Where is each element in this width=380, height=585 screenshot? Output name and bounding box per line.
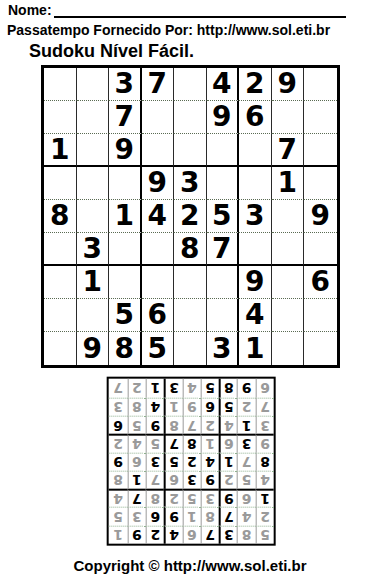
solution-cell-r4c1: 4 (255, 470, 273, 488)
solution-cell-r9c7: 1 (146, 379, 164, 397)
sudoku-solution-grid-rotated: 5837642912478196351693528744529367188714… (107, 377, 276, 546)
solution-cell-r2c4: 8 (200, 507, 218, 525)
puzzle-cell-r6c1-empty[interactable] (44, 233, 77, 266)
puzzle-cell-r8c3-given: 5 (109, 299, 142, 332)
page-title: Sudoku Nível Fácil. (29, 41, 194, 62)
solution-cell-r1c9: 1 (109, 525, 127, 543)
puzzle-cell-r3c1-given: 1 (44, 134, 77, 167)
puzzle-cell-r7c8-empty[interactable] (272, 266, 305, 299)
puzzle-cell-r3c3-given: 9 (109, 134, 142, 167)
puzzle-cell-r2c4-empty[interactable] (142, 101, 175, 134)
puzzle-cell-r9c5-empty[interactable] (174, 332, 207, 365)
solution-cell-r5c2: 7 (237, 452, 255, 470)
sudoku-worksheet-page: Nome: Passatempo Fornecido Por: http://w… (0, 0, 380, 585)
solution-cell-r3c5: 5 (182, 489, 200, 507)
solution-cell-r8c9: 3 (109, 397, 127, 415)
solution-cell-r1c6: 4 (164, 525, 182, 543)
puzzle-cell-r4c2-empty[interactable] (77, 167, 110, 200)
puzzle-cell-r1c6-given: 4 (207, 68, 240, 101)
solution-cell-r8c6: 1 (164, 397, 182, 415)
puzzle-cell-r1c8-given: 9 (272, 68, 305, 101)
solution-cell-r9c3: 8 (219, 379, 237, 397)
puzzle-cell-r1c3-given: 3 (109, 68, 142, 101)
solution-cell-r6c9: 2 (109, 434, 127, 452)
puzzle-cell-r4c5-given: 3 (174, 167, 207, 200)
solution-cell-r6c5: 8 (182, 434, 200, 452)
solution-cell-r2c3: 7 (219, 507, 237, 525)
solution-cell-r3c2: 6 (237, 489, 255, 507)
solution-cell-r6c2: 3 (237, 434, 255, 452)
puzzle-cell-r2c7-given: 6 (239, 101, 272, 134)
puzzle-cell-r9c6-given: 3 (207, 332, 240, 365)
puzzle-cell-r7c6-empty[interactable] (207, 266, 240, 299)
puzzle-cell-r9c9-empty[interactable] (304, 332, 337, 365)
puzzle-cell-r9c2-given: 9 (77, 332, 110, 365)
solution-cell-r5c1: 8 (255, 452, 273, 470)
puzzle-cell-r6c6-given: 7 (207, 233, 240, 266)
puzzle-cell-r4c9-empty[interactable] (304, 167, 337, 200)
solution-cell-r5c8: 6 (127, 452, 145, 470)
puzzle-cell-r5c1-given: 8 (44, 200, 77, 233)
puzzle-cell-r7c9-given: 6 (304, 266, 337, 299)
solution-cell-r7c4: 2 (200, 416, 218, 434)
puzzle-cell-r5c7-given: 3 (239, 200, 272, 233)
puzzle-cell-r3c7-empty[interactable] (239, 134, 272, 167)
puzzle-cell-r8c6-empty[interactable] (207, 299, 240, 332)
puzzle-cell-r9c8-empty[interactable] (272, 332, 305, 365)
solution-cell-r1c4: 7 (200, 525, 218, 543)
solution-cell-r8c1: 7 (255, 397, 273, 415)
solution-cell-r1c2: 8 (237, 525, 255, 543)
puzzle-cell-r8c8-empty[interactable] (272, 299, 305, 332)
solution-cell-r6c8: 4 (127, 434, 145, 452)
solution-cell-r4c2: 5 (237, 470, 255, 488)
solution-cell-r3c6: 2 (164, 489, 182, 507)
puzzle-cell-r9c4-given: 5 (142, 332, 175, 365)
solution-cell-r7c3: 4 (219, 416, 237, 434)
solution-cell-r5c7: 3 (146, 452, 164, 470)
puzzle-cell-r6c9-empty[interactable] (304, 233, 337, 266)
solution-cell-r7c5: 7 (182, 416, 200, 434)
solution-cell-r6c1: 9 (255, 434, 273, 452)
puzzle-cell-r8c4-given: 6 (142, 299, 175, 332)
puzzle-cell-r5c6-given: 5 (207, 200, 240, 233)
puzzle-cell-r1c7-given: 2 (239, 68, 272, 101)
solution-cell-r4c9: 8 (109, 470, 127, 488)
name-label: Nome: (8, 3, 52, 18)
solution-cell-r8c7: 4 (146, 397, 164, 415)
puzzle-cell-r3c2-empty[interactable] (77, 134, 110, 167)
puzzle-cell-r7c4-empty[interactable] (142, 266, 175, 299)
solution-cell-r4c8: 1 (127, 470, 145, 488)
solution-cell-r9c1: 6 (255, 379, 273, 397)
solution-cell-r2c8: 3 (127, 507, 145, 525)
name-row: Nome: (8, 3, 346, 18)
solution-cell-r7c2: 1 (237, 416, 255, 434)
solution-cell-r8c2: 2 (237, 397, 255, 415)
solution-cell-r4c5: 3 (182, 470, 200, 488)
solution-cell-r1c1: 5 (255, 525, 273, 543)
puzzle-cell-r8c1-empty[interactable] (44, 299, 77, 332)
puzzle-cell-r8c2-empty[interactable] (77, 299, 110, 332)
solution-cell-r5c3: 1 (219, 452, 237, 470)
puzzle-cell-r6c4-empty[interactable] (142, 233, 175, 266)
puzzle-cell-r3c6-empty[interactable] (207, 134, 240, 167)
solution-cell-r7c7: 9 (146, 416, 164, 434)
puzzle-cell-r5c9-given: 9 (304, 200, 337, 233)
solution-cell-r1c8: 9 (127, 525, 145, 543)
puzzle-cell-r9c1-empty[interactable] (44, 332, 77, 365)
puzzle-cell-r3c8-given: 7 (272, 134, 305, 167)
solution-cell-r3c7: 8 (146, 489, 164, 507)
solution-cell-r9c4: 5 (200, 379, 218, 397)
solution-cell-r3c3: 9 (219, 489, 237, 507)
puzzle-cell-r1c9-empty[interactable] (304, 68, 337, 101)
solution-cell-r7c9: 6 (109, 416, 127, 434)
puzzle-cell-r7c5-empty[interactable] (174, 266, 207, 299)
puzzle-cell-r9c7-given: 1 (239, 332, 272, 365)
puzzle-cell-r5c8-empty[interactable] (272, 200, 305, 233)
puzzle-cell-r8c7-given: 4 (239, 299, 272, 332)
puzzle-cell-r7c3-empty[interactable] (109, 266, 142, 299)
solution-cell-r7c1: 3 (255, 416, 273, 434)
solution-cell-r8c8: 8 (127, 397, 145, 415)
solution-cell-r6c7: 5 (146, 434, 164, 452)
puzzle-cell-r8c9-empty[interactable] (304, 299, 337, 332)
puzzle-cell-r6c3-empty[interactable] (109, 233, 142, 266)
solution-cell-r6c4: 1 (200, 434, 218, 452)
solution-cell-r4c6: 6 (164, 470, 182, 488)
solution-cell-r1c5: 6 (182, 525, 200, 543)
puzzle-cell-r1c1-empty[interactable] (44, 68, 77, 101)
solution-cell-r2c5: 1 (182, 507, 200, 525)
puzzle-cell-r3c5-empty[interactable] (174, 134, 207, 167)
solution-cell-r7c6: 8 (164, 416, 182, 434)
name-fill-line (54, 3, 346, 18)
puzzle-cell-r3c9-empty[interactable] (304, 134, 337, 167)
puzzle-cell-r2c3-given: 7 (109, 101, 142, 134)
puzzle-cell-r7c7-given: 9 (239, 266, 272, 299)
solution-cell-r8c5: 9 (182, 397, 200, 415)
solution-cell-r2c7: 6 (146, 507, 164, 525)
puzzle-cell-r6c8-empty[interactable] (272, 233, 305, 266)
solution-cell-r9c8: 2 (127, 379, 145, 397)
solution-cell-r7c8: 5 (127, 416, 145, 434)
puzzle-cell-r1c5-empty[interactable] (174, 68, 207, 101)
solution-cell-r3c4: 3 (200, 489, 218, 507)
solution-cell-r6c6: 7 (164, 434, 182, 452)
solution-cell-r5c9: 9 (109, 452, 127, 470)
solution-cell-r2c2: 4 (237, 507, 255, 525)
puzzle-cell-r2c9-empty[interactable] (304, 101, 337, 134)
puzzle-cell-r7c2-given: 1 (77, 266, 110, 299)
puzzle-cell-r3c4-empty[interactable] (142, 134, 175, 167)
puzzle-cell-r2c8-empty[interactable] (272, 101, 305, 134)
solution-cell-r6c3: 6 (219, 434, 237, 452)
puzzle-cell-r2c6-given: 9 (207, 101, 240, 134)
solution-cell-r3c9: 4 (109, 489, 127, 507)
puzzle-cell-r4c4-given: 9 (142, 167, 175, 200)
provider-line: Passatempo Fornecido Por: http://www.sol… (7, 22, 330, 38)
solution-cell-r4c7: 7 (146, 470, 164, 488)
puzzle-cell-r6c2-given: 3 (77, 233, 110, 266)
solution-cell-r9c6: 3 (164, 379, 182, 397)
puzzle-cell-r9c3-given: 8 (109, 332, 142, 365)
puzzle-cell-r1c2-empty[interactable] (77, 68, 110, 101)
solution-cell-r9c9: 7 (109, 379, 127, 397)
solution-cell-r5c6: 5 (164, 452, 182, 470)
puzzle-cell-r5c5-given: 2 (174, 200, 207, 233)
solution-cell-r8c4: 6 (200, 397, 218, 415)
solution-cell-r3c8: 7 (127, 489, 145, 507)
puzzle-cell-r6c7-empty[interactable] (239, 233, 272, 266)
puzzle-cell-r5c4-given: 4 (142, 200, 175, 233)
puzzle-cell-r4c6-empty[interactable] (207, 167, 240, 200)
puzzle-cell-r6c5-given: 8 (174, 233, 207, 266)
puzzle-cell-r4c3-empty[interactable] (109, 167, 142, 200)
solution-cell-r2c1: 2 (255, 507, 273, 525)
solution-cell-r2c9: 5 (109, 507, 127, 525)
puzzle-cell-r2c5-empty[interactable] (174, 101, 207, 134)
puzzle-cell-r4c7-empty[interactable] (239, 167, 272, 200)
solution-cell-r9c2: 9 (237, 379, 255, 397)
copyright-line: Copyright © http://www.sol.eti.br (0, 557, 380, 574)
solution-cell-r2c6: 9 (164, 507, 182, 525)
solution-cell-r8c3: 5 (219, 397, 237, 415)
puzzle-cell-r1c4-given: 7 (142, 68, 175, 101)
puzzle-cell-r5c3-given: 1 (109, 200, 142, 233)
puzzle-cell-r5c2-empty[interactable] (77, 200, 110, 233)
puzzle-cell-r4c8-given: 1 (272, 167, 305, 200)
solution-cell-r1c3: 3 (219, 525, 237, 543)
solution-cell-r5c4: 4 (200, 452, 218, 470)
solution-cell-r3c1: 1 (255, 489, 273, 507)
solution-cell-r9c5: 4 (182, 379, 200, 397)
solution-cell-r4c3: 2 (219, 470, 237, 488)
puzzle-cell-r8c5-empty[interactable] (174, 299, 207, 332)
sudoku-puzzle-grid: 37429796197931814253938719656498531 (41, 65, 340, 368)
solution-cell-r1c7: 2 (146, 525, 164, 543)
solution-cell-r5c5: 2 (182, 452, 200, 470)
puzzle-cell-r2c1-empty[interactable] (44, 101, 77, 134)
puzzle-cell-r4c1-empty[interactable] (44, 167, 77, 200)
puzzle-cell-r7c1-empty[interactable] (44, 266, 77, 299)
puzzle-cell-r2c2-empty[interactable] (77, 101, 110, 134)
solution-cell-r4c4: 9 (200, 470, 218, 488)
